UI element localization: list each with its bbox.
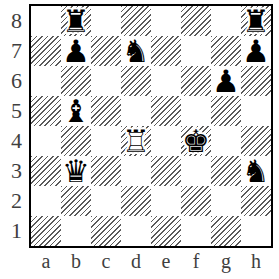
square-g5[interactable]	[211, 96, 241, 126]
white-rook-d4[interactable]: ♖	[121, 126, 151, 156]
file-label-h: h	[241, 249, 271, 273]
square-b3[interactable]: ♛	[61, 156, 91, 186]
square-d6[interactable]	[121, 66, 151, 96]
square-a6[interactable]	[31, 66, 61, 96]
square-f5[interactable]	[181, 96, 211, 126]
square-f2[interactable]	[181, 186, 211, 216]
square-g7[interactable]	[211, 36, 241, 66]
square-c5[interactable]	[91, 96, 121, 126]
rank-label-1: 1	[0, 216, 25, 246]
square-b6[interactable]	[61, 66, 91, 96]
square-g1[interactable]	[211, 216, 241, 246]
black-pawn-b7[interactable]: ♟	[61, 36, 91, 66]
black-knight-d7[interactable]: ♞	[121, 36, 151, 66]
square-f8[interactable]	[181, 6, 211, 36]
square-c2[interactable]	[91, 186, 121, 216]
square-c6[interactable]	[91, 66, 121, 96]
square-d8[interactable]	[121, 6, 151, 36]
rank-labels: 87654321	[0, 6, 25, 246]
square-e4[interactable]	[151, 126, 181, 156]
board: ♜♜♟♞♟♟♝♜♖♚♛♞	[29, 4, 273, 248]
square-e5[interactable]	[151, 96, 181, 126]
black-pawn-h7[interactable]: ♟	[241, 36, 271, 66]
black-king-f4[interactable]: ♚	[181, 126, 211, 156]
square-a2[interactable]	[31, 186, 61, 216]
square-h6[interactable]	[241, 66, 271, 96]
square-b4[interactable]	[61, 126, 91, 156]
file-label-e: e	[151, 249, 181, 273]
square-f4[interactable]: ♚	[181, 126, 211, 156]
file-label-a: a	[31, 249, 61, 273]
square-e6[interactable]	[151, 66, 181, 96]
square-h8[interactable]: ♜	[241, 6, 271, 36]
square-a7[interactable]	[31, 36, 61, 66]
square-a3[interactable]	[31, 156, 61, 186]
square-e1[interactable]	[151, 216, 181, 246]
black-rook-b8[interactable]: ♜	[61, 6, 91, 36]
file-label-d: d	[121, 249, 151, 273]
square-b8[interactable]: ♜	[61, 6, 91, 36]
black-bishop-b5[interactable]: ♝	[61, 96, 91, 126]
file-labels: abcdefgh	[31, 249, 271, 273]
square-f3[interactable]	[181, 156, 211, 186]
square-c7[interactable]	[91, 36, 121, 66]
square-d3[interactable]	[121, 156, 151, 186]
black-knight-h3[interactable]: ♞	[241, 156, 271, 186]
square-g2[interactable]	[211, 186, 241, 216]
square-h5[interactable]	[241, 96, 271, 126]
file-label-b: b	[61, 249, 91, 273]
square-b1[interactable]	[61, 216, 91, 246]
square-d5[interactable]	[121, 96, 151, 126]
square-e7[interactable]	[151, 36, 181, 66]
square-b5[interactable]: ♝	[61, 96, 91, 126]
file-label-g: g	[211, 249, 241, 273]
square-c4[interactable]	[91, 126, 121, 156]
square-f7[interactable]	[181, 36, 211, 66]
square-c8[interactable]	[91, 6, 121, 36]
square-d4[interactable]: ♜♖	[121, 126, 151, 156]
square-a4[interactable]	[31, 126, 61, 156]
file-label-f: f	[181, 249, 211, 273]
square-h1[interactable]	[241, 216, 271, 246]
square-b2[interactable]	[61, 186, 91, 216]
square-e3[interactable]	[151, 156, 181, 186]
square-f1[interactable]	[181, 216, 211, 246]
square-h3[interactable]: ♞	[241, 156, 271, 186]
black-rook-h8[interactable]: ♜	[241, 6, 271, 36]
square-e8[interactable]	[151, 6, 181, 36]
rank-label-4: 4	[0, 126, 25, 156]
square-e2[interactable]	[151, 186, 181, 216]
rank-label-7: 7	[0, 36, 25, 66]
square-a1[interactable]	[31, 216, 61, 246]
chess-diagram-page: 87654321 ♜♜♟♞♟♟♝♜♖♚♛♞ abcdefgh	[0, 0, 279, 279]
square-g6[interactable]: ♟	[211, 66, 241, 96]
square-h2[interactable]	[241, 186, 271, 216]
square-a8[interactable]	[31, 6, 61, 36]
rank-label-2: 2	[0, 186, 25, 216]
square-c1[interactable]	[91, 216, 121, 246]
square-c3[interactable]	[91, 156, 121, 186]
square-g8[interactable]	[211, 6, 241, 36]
square-d1[interactable]	[121, 216, 151, 246]
square-a5[interactable]	[31, 96, 61, 126]
square-h7[interactable]: ♟	[241, 36, 271, 66]
rank-label-5: 5	[0, 96, 25, 126]
black-pawn-g6[interactable]: ♟	[211, 66, 241, 96]
file-label-c: c	[91, 249, 121, 273]
square-d2[interactable]	[121, 186, 151, 216]
black-queen-b3[interactable]: ♛	[61, 156, 91, 186]
square-g3[interactable]	[211, 156, 241, 186]
square-h4[interactable]	[241, 126, 271, 156]
square-g4[interactable]	[211, 126, 241, 156]
square-b7[interactable]: ♟	[61, 36, 91, 66]
rank-label-6: 6	[0, 66, 25, 96]
rank-label-3: 3	[0, 156, 25, 186]
rank-label-8: 8	[0, 6, 25, 36]
square-d7[interactable]: ♞	[121, 36, 151, 66]
square-f6[interactable]	[181, 66, 211, 96]
